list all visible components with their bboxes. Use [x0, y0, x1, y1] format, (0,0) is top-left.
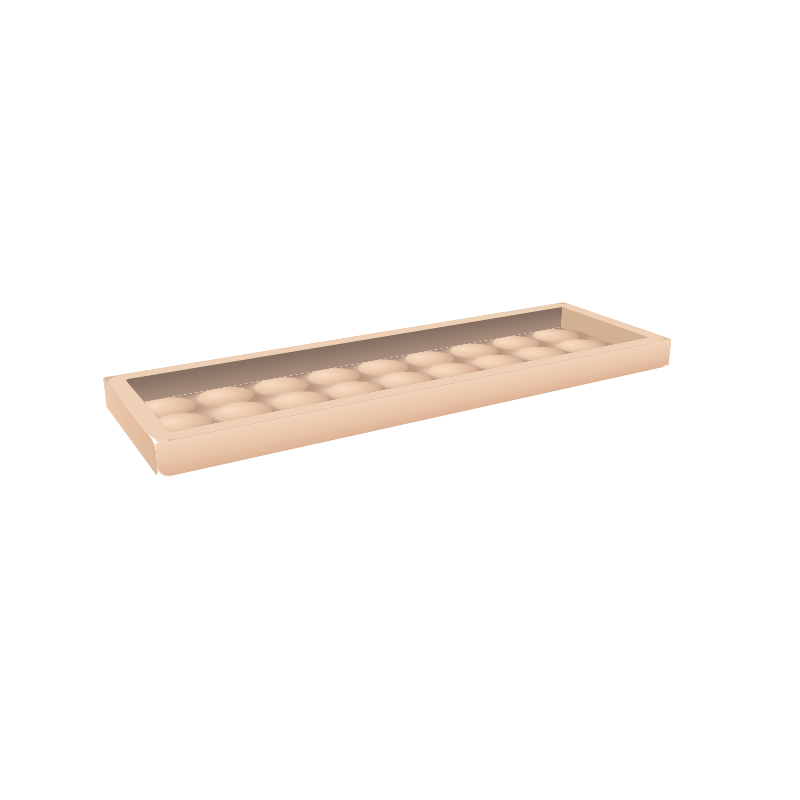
scene [0, 0, 800, 800]
product-render-stage [0, 0, 800, 800]
mancala-tray [106, 326, 668, 479]
